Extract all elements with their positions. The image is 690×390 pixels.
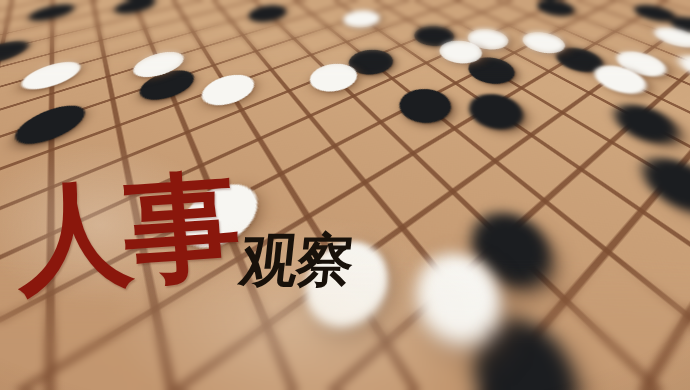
go-board-perspective-wrap: ●●●●●●●●●●●●●●●●●●●●●●●●●●●●●●●●●● (0, 0, 690, 50)
white-stone: ● (290, 222, 395, 334)
black-stone: ● (114, 0, 156, 14)
white-stone: ● (511, 27, 567, 55)
white-stone: ● (335, 6, 383, 29)
white-stone: ● (196, 67, 257, 107)
black-stone: ● (243, 1, 288, 22)
go-banner-scene: ●●●●●●●●●●●●●●●●●●●●●●●●●●●●●●●●●● 人事 观察 (0, 0, 690, 390)
black-stone: ● (30, 0, 74, 21)
white-stone: ● (175, 170, 263, 252)
go-board: ●●●●●●●●●●●●●●●●●●●●●●●●●●●●●●●●●● (0, 0, 690, 50)
black-stone: ● (16, 96, 85, 146)
white-stone: ● (22, 55, 80, 91)
black-stone: ● (455, 86, 526, 132)
black-stone: ● (387, 81, 455, 125)
black-stone: ● (625, 145, 690, 216)
black-stone: ● (0, 35, 28, 65)
black-stone: ● (527, 0, 575, 17)
